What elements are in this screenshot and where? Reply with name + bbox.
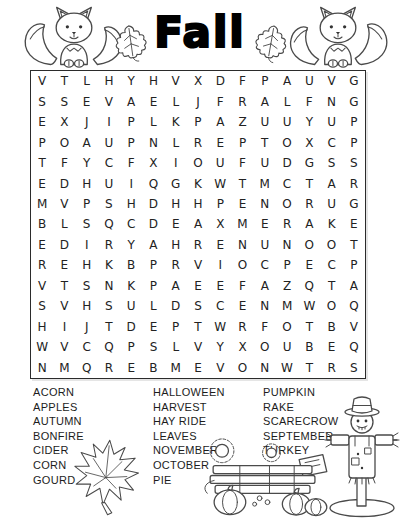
grid-cell[interactable]: W (31, 337, 53, 357)
grid-cell[interactable]: E (142, 91, 164, 111)
grid-cell[interactable]: R (298, 194, 320, 214)
word-item: CIDER (33, 443, 84, 458)
grid-cell[interactable]: W (298, 296, 320, 316)
grid-cell[interactable]: S (31, 296, 53, 316)
grid-cell[interactable]: L (142, 112, 164, 132)
grid-cell[interactable]: E (187, 358, 209, 378)
grid-cell[interactable]: T (53, 71, 75, 91)
grid-cell[interactable]: R (31, 255, 53, 275)
grid-cell[interactable]: A (120, 91, 142, 111)
grid-cell[interactable]: H (165, 235, 187, 255)
grid-cell[interactable]: E (31, 112, 53, 132)
grid-cell[interactable]: X (298, 132, 320, 152)
grid-cell[interactable]: F (53, 153, 75, 173)
grid-cell[interactable]: J (76, 112, 98, 132)
grid-cell[interactable]: M (254, 173, 276, 193)
grid-cell[interactable]: P (120, 132, 142, 152)
grid-cell[interactable]: V (187, 337, 209, 357)
grid-cell[interactable]: U (298, 71, 320, 91)
grid-cell[interactable]: Q (343, 337, 365, 357)
grid-cell[interactable]: E (165, 214, 187, 234)
grid-cell[interactable]: R (231, 317, 253, 337)
grid-cell[interactable]: N (31, 358, 53, 378)
grid-cell[interactable]: C (276, 173, 298, 193)
grid-cell[interactable]: C (98, 153, 120, 173)
grid-cell[interactable]: U (276, 337, 298, 357)
grid-cell[interactable]: I (53, 317, 75, 337)
grid-cell[interactable]: E (187, 276, 209, 296)
grid-cell[interactable]: P (142, 255, 164, 275)
word-item: SCARECROW (263, 414, 338, 429)
grid-cell[interactable]: P (231, 132, 253, 152)
grid-cell[interactable]: F (120, 153, 142, 173)
grid-cell[interactable]: E (53, 255, 75, 275)
grid-cell[interactable]: H (31, 317, 53, 337)
grid-cell[interactable]: E (31, 235, 53, 255)
grid-cell[interactable]: N (276, 235, 298, 255)
grid-cell[interactable]: V (53, 337, 75, 357)
grid-cell[interactable]: N (254, 296, 276, 316)
grid-cell[interactable]: F (209, 91, 231, 111)
grid-cell[interactable]: X (231, 337, 253, 357)
grid-cell[interactable]: E (254, 214, 276, 234)
grid-cell[interactable]: L (276, 91, 298, 111)
grid-cell[interactable]: X (142, 153, 164, 173)
grid-cell[interactable]: A (76, 132, 98, 152)
word-list-column: PUMPKINRAKESCARECROWSEPTEMBERTURKEY (263, 385, 338, 458)
grid-cell[interactable]: H (120, 194, 142, 214)
grid-cell[interactable]: V (343, 317, 365, 337)
grid-cell[interactable]: R (98, 235, 120, 255)
grid-cell[interactable]: E (31, 173, 53, 193)
grid-cell[interactable]: U (254, 153, 276, 173)
grid-cell[interactable]: M (276, 296, 298, 316)
grid-cell[interactable]: I (76, 235, 98, 255)
grid-cell[interactable]: G (298, 153, 320, 173)
grid-cell[interactable]: D (165, 296, 187, 316)
grid-cell[interactable]: V (31, 276, 53, 296)
grid-cell[interactable]: T (298, 317, 320, 337)
grid-cell[interactable]: E (320, 337, 342, 357)
grid-cell[interactable]: M (231, 214, 253, 234)
grid-cell[interactable]: P (120, 337, 142, 357)
grid-cell[interactable]: P (31, 132, 53, 152)
grid-cell[interactable]: U (209, 153, 231, 173)
grid-cell[interactable]: T (343, 235, 365, 255)
word-item: PIE (153, 473, 225, 488)
grid-cell[interactable]: T (231, 173, 253, 193)
grid-cell[interactable]: K (98, 255, 120, 275)
grid-cell[interactable]: S (343, 153, 365, 173)
word-item: HALLOWEEN (153, 385, 225, 400)
worksheet: Fall VT (0, 0, 400, 518)
grid-cell[interactable]: S (187, 296, 209, 316)
grid-cell[interactable]: N (142, 132, 164, 152)
word-item: BONFIRE (33, 429, 84, 444)
grid-cell[interactable]: D (53, 173, 75, 193)
grid-cell[interactable]: O (187, 153, 209, 173)
grid-cell[interactable]: H (165, 194, 187, 214)
grid-cell[interactable]: D (209, 71, 231, 91)
grid-cell[interactable]: I (98, 112, 120, 132)
grid-cell[interactable]: E (142, 317, 164, 337)
word-item: HAY RIDE (153, 414, 225, 429)
grid-cell[interactable]: B (120, 255, 142, 275)
grid-cell[interactable]: U (320, 194, 342, 214)
grid-cell[interactable]: Q (142, 173, 164, 193)
grid-cell[interactable]: F (231, 153, 253, 173)
grid-cell[interactable]: O (254, 337, 276, 357)
grid-cell[interactable]: Q (343, 296, 365, 316)
grid-cell[interactable]: L (165, 91, 187, 111)
grid-cell[interactable]: O (53, 132, 75, 152)
grid-cell[interactable]: T (298, 173, 320, 193)
grid-cell[interactable]: I (120, 173, 142, 193)
grid-cell[interactable]: C (209, 296, 231, 316)
grid-cell[interactable]: A (343, 276, 365, 296)
grid-cell[interactable]: A (187, 214, 209, 234)
grid-cell[interactable]: K (120, 276, 142, 296)
grid-cell[interactable]: S (142, 337, 164, 357)
grid-cell[interactable]: V (209, 358, 231, 378)
grid-cell[interactable]: D (142, 194, 164, 214)
grid-cell[interactable]: F (231, 71, 253, 91)
grid-cell[interactable]: E (209, 276, 231, 296)
grid-cell[interactable]: A (254, 91, 276, 111)
grid-cell[interactable]: W (209, 317, 231, 337)
grid-cell[interactable]: O (298, 235, 320, 255)
grid-cell[interactable]: P (120, 112, 142, 132)
grid-cell[interactable]: C (76, 337, 98, 357)
grid-cell[interactable]: U (254, 112, 276, 132)
grid-cell[interactable]: Y (120, 71, 142, 91)
grid-cell[interactable]: V (165, 71, 187, 91)
grid-cell[interactable]: W (276, 358, 298, 378)
grid-cell[interactable]: Z (231, 112, 253, 132)
grid-cell[interactable]: Q (298, 276, 320, 296)
grid-cell[interactable]: T (254, 132, 276, 152)
grid-cell[interactable]: D (120, 317, 142, 337)
grid-cell[interactable]: A (142, 235, 164, 255)
grid-cell[interactable]: U (254, 235, 276, 255)
word-list-column: ACORNAPPLESAUTUMNBONFIRECIDERCORNGOURD (33, 385, 84, 487)
grid-cell[interactable]: U (120, 296, 142, 316)
grid-cell[interactable]: E (209, 132, 231, 152)
grid-cell[interactable]: Y (76, 153, 98, 173)
word-item: NOVEMBER (153, 443, 225, 458)
grid-cell[interactable]: O (231, 255, 253, 275)
grid-cell[interactable]: N (231, 235, 253, 255)
grid-cell[interactable]: S (53, 91, 75, 111)
grid-cell[interactable]: Q (98, 337, 120, 357)
grid-cell[interactable]: V (31, 71, 53, 91)
grid-cell[interactable]: U (98, 173, 120, 193)
grid-cell[interactable]: C (120, 214, 142, 234)
grid-cell[interactable]: I (209, 255, 231, 275)
grid-cell[interactable]: R (165, 255, 187, 275)
grid-cell[interactable]: V (53, 194, 75, 214)
grid-cell[interactable]: O (276, 132, 298, 152)
grid-cell[interactable]: L (165, 337, 187, 357)
grid-cell[interactable]: U (320, 112, 342, 132)
grid-cell[interactable]: A (254, 276, 276, 296)
grid-cell[interactable]: H (187, 194, 209, 214)
grid-cell[interactable]: L (53, 214, 75, 234)
grid-cell[interactable]: Q (98, 214, 120, 234)
grid-cell[interactable]: O (320, 296, 342, 316)
grid-cell[interactable]: P (276, 255, 298, 275)
word-item: ACORN (33, 385, 84, 400)
grid-cell[interactable]: T (98, 317, 120, 337)
word-item: GOURD (33, 473, 84, 488)
grid-cell[interactable]: R (320, 358, 342, 378)
grid-cell[interactable]: G (343, 91, 365, 111)
grid-cell[interactable]: M (31, 194, 53, 214)
word-item: APPLES (33, 400, 84, 415)
grid-cell[interactable]: S (320, 153, 342, 173)
grid-cell[interactable]: L (142, 296, 164, 316)
grid-cell[interactable]: A (165, 276, 187, 296)
grid-cell[interactable]: D (53, 235, 75, 255)
grid-cell[interactable]: V (187, 255, 209, 275)
grid-cell[interactable]: R (187, 132, 209, 152)
grid-cell[interactable]: A (320, 173, 342, 193)
grid-cell[interactable]: S (343, 358, 365, 378)
grid-cell[interactable]: Y (120, 235, 142, 255)
grid-cell[interactable]: H (76, 173, 98, 193)
word-item: TURKEY (263, 443, 338, 458)
grid-cell[interactable]: K (187, 173, 209, 193)
grid-cell[interactable]: K (165, 112, 187, 132)
grid-cell[interactable]: K (320, 214, 342, 234)
grid-cell[interactable]: P (343, 255, 365, 275)
grid-cell[interactable]: E (298, 255, 320, 275)
grid-cell[interactable]: P (165, 317, 187, 337)
grid-cell[interactable]: J (76, 317, 98, 337)
grid-cell[interactable]: V (320, 71, 342, 91)
grid-cell[interactable]: H (76, 255, 98, 275)
page-title: Fall (0, 8, 400, 57)
grid-cell[interactable]: R (231, 91, 253, 111)
grid-cell[interactable]: I (165, 153, 187, 173)
grid-cell[interactable]: O (231, 358, 253, 378)
grid-cell[interactable]: S (98, 296, 120, 316)
grid-cell[interactable]: N (254, 194, 276, 214)
grid-cell[interactable]: Q (76, 358, 98, 378)
grid-cell[interactable]: M (165, 358, 187, 378)
grid-cell[interactable]: T (53, 276, 75, 296)
word-item: RAKE (263, 400, 338, 415)
grid-cell[interactable]: F (231, 276, 253, 296)
grid-cell[interactable]: E (231, 296, 253, 316)
grid-cell[interactable]: O (276, 194, 298, 214)
grid-cell[interactable]: P (343, 132, 365, 152)
grid-cell[interactable]: S (98, 194, 120, 214)
grid-cell[interactable]: L (76, 71, 98, 91)
grid-cell[interactable]: R (187, 235, 209, 255)
grid-cell[interactable]: G (343, 71, 365, 91)
grid-cell[interactable]: U (276, 112, 298, 132)
grid-cell[interactable]: Z (276, 276, 298, 296)
grid-cell[interactable]: H (142, 71, 164, 91)
grid-cell[interactable]: W (209, 173, 231, 193)
word-item: LEAVES (153, 429, 225, 444)
grid-cell[interactable]: U (98, 132, 120, 152)
grid-cell[interactable]: A (209, 112, 231, 132)
grid-cell[interactable]: P (76, 194, 98, 214)
grid-cell[interactable]: G (343, 194, 365, 214)
grid-cell[interactable]: R (276, 214, 298, 234)
grid-cell[interactable]: S (76, 276, 98, 296)
grid-cell[interactable]: C (320, 255, 342, 275)
grid-cell[interactable]: G (165, 173, 187, 193)
grid-cell[interactable]: E (231, 194, 253, 214)
grid-cell[interactable]: D (142, 214, 164, 234)
grid-cell[interactable]: B (320, 317, 342, 337)
grid-cell[interactable]: T (31, 153, 53, 173)
grid-cell[interactable]: E (343, 214, 365, 234)
grid-cell[interactable]: R (98, 358, 120, 378)
grid-cell[interactable]: F (254, 317, 276, 337)
grid-cell[interactable]: N (320, 91, 342, 111)
grid-cell[interactable]: N (98, 276, 120, 296)
grid-cell[interactable]: S (31, 91, 53, 111)
grid-cell[interactable]: X (53, 112, 75, 132)
grid-cell[interactable]: V (98, 91, 120, 111)
grid-cell[interactable]: S (76, 214, 98, 234)
grid-cell[interactable]: O (276, 317, 298, 337)
grid-cell[interactable]: X (209, 214, 231, 234)
word-item: AUTUMN (33, 414, 84, 429)
grid-cell[interactable]: R (343, 173, 365, 193)
grid-cell[interactable]: C (254, 255, 276, 275)
grid-cell[interactable]: N (254, 358, 276, 378)
grid-cell[interactable]: P (142, 276, 164, 296)
grid-cell[interactable]: C (320, 132, 342, 152)
word-item: OCTOBER (153, 458, 225, 473)
grid-cell[interactable]: E (120, 358, 142, 378)
word-search-grid: VTLHYHVXDFPAUVGSSEVAELJFRALFNGEXJIPLKPAZ… (30, 70, 366, 379)
grid-cell[interactable]: H (76, 296, 98, 316)
word-item: PUMPKIN (263, 385, 338, 400)
grid-cell[interactable]: P (254, 71, 276, 91)
grid-cell[interactable]: L (165, 132, 187, 152)
grid-cell[interactable]: T (187, 317, 209, 337)
word-list-column: HALLOWEENHARVESTHAY RIDELEAVESNOVEMBEROC… (153, 385, 225, 487)
grid-cell[interactable]: T (298, 358, 320, 378)
grid-cell[interactable]: T (320, 276, 342, 296)
grid-cell[interactable]: B (31, 214, 53, 234)
grid-cell[interactable]: P (343, 112, 365, 132)
grid-cell[interactable]: Y (209, 337, 231, 357)
grid-cell[interactable]: P (209, 194, 231, 214)
grid-cell[interactable]: Y (298, 112, 320, 132)
grid-cell[interactable]: F (298, 91, 320, 111)
word-item: HARVEST (153, 400, 225, 415)
grid-cell[interactable]: X (187, 71, 209, 91)
grid-cell[interactable]: B (142, 358, 164, 378)
grid-cell[interactable]: P (187, 112, 209, 132)
word-item: SEPTEMBER (263, 429, 338, 444)
grid-cell[interactable]: J (187, 91, 209, 111)
grid-cell[interactable]: O (320, 235, 342, 255)
grid-cell[interactable]: M (53, 358, 75, 378)
grid-cell[interactable]: H (98, 71, 120, 91)
word-item: CORN (33, 458, 84, 473)
grid-cell[interactable]: A (298, 214, 320, 234)
grid-cell[interactable]: B (298, 337, 320, 357)
grid-cell[interactable]: V (53, 296, 75, 316)
grid-cell[interactable]: D (276, 153, 298, 173)
grid-cell[interactable]: A (276, 71, 298, 91)
grid-cell[interactable]: E (209, 235, 231, 255)
grid-cell[interactable]: E (76, 91, 98, 111)
